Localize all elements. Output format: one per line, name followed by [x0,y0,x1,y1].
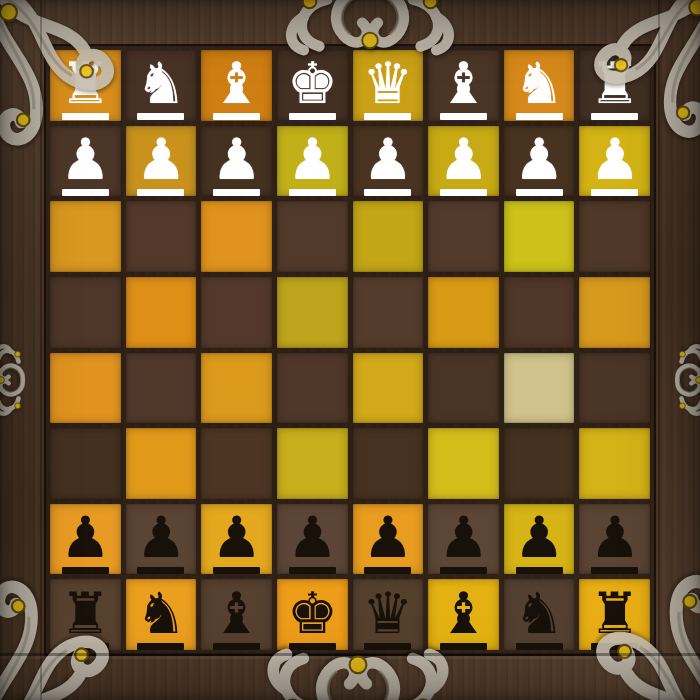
piece-base-bar [364,113,411,120]
piece-base-bar [364,189,411,196]
black-pawn-glyph: ♟ [362,510,413,564]
square-d3[interactable] [353,201,424,272]
piece-base-bar [591,643,638,650]
piece-base-bar [289,643,336,650]
square-d4[interactable] [353,277,424,348]
piece-base-bar [516,113,563,120]
black-pawn: ♟ [135,510,186,574]
white-queen: ♛ [362,56,413,120]
white-pawn: ♟ [287,132,338,196]
piece-base-bar [591,567,638,574]
white-knight-glyph: ♞ [514,56,565,110]
square-g3[interactable] [126,201,197,272]
square-g2[interactable]: ♟ [126,126,197,197]
square-d5[interactable] [353,353,424,424]
piece-base-bar [213,113,260,120]
white-knight-glyph: ♞ [135,56,186,110]
square-f4[interactable] [201,277,272,348]
white-bishop: ♝ [211,56,262,120]
black-pawn: ♟ [514,510,565,574]
black-rook-glyph: ♜ [60,586,111,640]
square-c3[interactable] [428,201,499,272]
black-bishop: ♝ [438,586,489,650]
black-pawn-glyph: ♟ [589,510,640,564]
piece-base-bar [289,567,336,574]
white-knight: ♞ [135,56,186,120]
square-e5[interactable] [277,353,348,424]
white-pawn-glyph: ♟ [362,132,413,186]
square-c4[interactable] [428,277,499,348]
black-pawn-glyph: ♟ [211,510,262,564]
piece-base-bar [62,567,109,574]
square-a7[interactable]: ♟ [579,504,650,575]
black-pawn: ♟ [438,510,489,574]
square-a8[interactable]: ♜ [579,579,650,650]
piece-base-bar [440,113,487,120]
square-h5[interactable] [50,353,121,424]
square-f3[interactable] [201,201,272,272]
square-f7[interactable]: ♟ [201,504,272,575]
black-pawn: ♟ [211,510,262,574]
chess-board: ♜♞♝♚♛♝♞♜♟♟♟♟♟♟♟♟♟♟♟♟♟♟♟♟♜♞♝♚♛♝♞♜ [44,44,656,656]
piece-base-bar [516,643,563,650]
square-a3[interactable] [579,201,650,272]
square-e3[interactable] [277,201,348,272]
white-pawn-glyph: ♟ [438,132,489,186]
square-c6[interactable] [428,428,499,499]
black-pawn-glyph: ♟ [438,510,489,564]
square-h8[interactable]: ♜ [50,579,121,650]
square-f5[interactable] [201,353,272,424]
square-c7[interactable]: ♟ [428,504,499,575]
square-b1[interactable]: ♞ [504,50,575,121]
square-c2[interactable]: ♟ [428,126,499,197]
square-f2[interactable]: ♟ [201,126,272,197]
white-pawn: ♟ [514,132,565,196]
black-pawn: ♟ [362,510,413,574]
white-bishop-glyph: ♝ [211,56,262,110]
black-king: ♚ [287,586,338,650]
black-pawn-glyph: ♟ [135,510,186,564]
white-pawn: ♟ [135,132,186,196]
white-knight: ♞ [514,56,565,120]
black-pawn: ♟ [589,510,640,574]
piece-base-bar [289,113,336,120]
black-rook: ♜ [60,586,111,650]
square-a5[interactable] [579,353,650,424]
square-d8[interactable]: ♛ [353,579,424,650]
square-c8[interactable]: ♝ [428,579,499,650]
piece-base-bar [137,113,184,120]
square-e1[interactable]: ♚ [277,50,348,121]
square-b3[interactable] [504,201,575,272]
piece-base-bar [62,189,109,196]
square-g8[interactable]: ♞ [126,579,197,650]
square-d6[interactable] [353,428,424,499]
black-pawn-glyph: ♟ [514,510,565,564]
black-pawn-glyph: ♟ [60,510,111,564]
piece-base-bar [213,567,260,574]
piece-base-bar [591,189,638,196]
black-bishop: ♝ [211,586,262,650]
piece-base-bar [591,113,638,120]
square-a1[interactable]: ♜ [579,50,650,121]
white-pawn: ♟ [60,132,111,196]
square-g5[interactable] [126,353,197,424]
square-h2[interactable]: ♟ [50,126,121,197]
square-d2[interactable]: ♟ [353,126,424,197]
square-g6[interactable] [126,428,197,499]
square-d7[interactable]: ♟ [353,504,424,575]
square-b6[interactable] [504,428,575,499]
square-h7[interactable]: ♟ [50,504,121,575]
white-rook-glyph: ♜ [60,56,111,110]
square-e6[interactable] [277,428,348,499]
square-c5[interactable] [428,353,499,424]
white-pawn: ♟ [211,132,262,196]
black-pawn-glyph: ♟ [287,510,338,564]
square-a4[interactable] [579,277,650,348]
square-b5[interactable] [504,353,575,424]
square-d1[interactable]: ♛ [353,50,424,121]
black-queen: ♛ [362,586,413,650]
white-king-glyph: ♚ [287,56,338,110]
white-pawn-glyph: ♟ [135,132,186,186]
white-pawn-glyph: ♟ [514,132,565,186]
black-knight-glyph: ♞ [514,586,565,640]
square-b2[interactable]: ♟ [504,126,575,197]
black-pawn: ♟ [60,510,111,574]
square-h3[interactable] [50,201,121,272]
square-e8[interactable]: ♚ [277,579,348,650]
black-rook-glyph: ♜ [589,586,640,640]
white-rook-glyph: ♜ [589,56,640,110]
square-a6[interactable] [579,428,650,499]
black-knight: ♞ [135,586,186,650]
black-rook: ♜ [589,586,640,650]
piece-base-bar [440,189,487,196]
white-queen-glyph: ♛ [362,56,413,110]
square-f8[interactable]: ♝ [201,579,272,650]
black-knight-glyph: ♞ [135,586,186,640]
piece-base-bar [516,189,563,196]
black-king-glyph: ♚ [287,586,338,640]
piece-base-bar [516,567,563,574]
square-e2[interactable]: ♟ [277,126,348,197]
white-pawn: ♟ [362,132,413,196]
square-f6[interactable] [201,428,272,499]
square-b4[interactable] [504,277,575,348]
chessboard-photo: ♜♞♝♚♛♝♞♜♟♟♟♟♟♟♟♟♟♟♟♟♟♟♟♟♜♞♝♚♛♝♞♜ [0,0,700,700]
piece-base-bar [213,643,260,650]
white-rook: ♜ [60,56,111,120]
piece-base-bar [137,567,184,574]
square-e7[interactable]: ♟ [277,504,348,575]
black-pawn: ♟ [287,510,338,574]
black-queen-glyph: ♛ [362,586,413,640]
square-f1[interactable]: ♝ [201,50,272,121]
square-e4[interactable] [277,277,348,348]
square-b7[interactable]: ♟ [504,504,575,575]
piece-base-bar [440,643,487,650]
white-bishop-glyph: ♝ [438,56,489,110]
piece-base-bar [62,643,109,650]
square-g7[interactable]: ♟ [126,504,197,575]
white-rook: ♜ [589,56,640,120]
white-pawn-glyph: ♟ [589,132,640,186]
white-pawn: ♟ [438,132,489,196]
square-h6[interactable] [50,428,121,499]
piece-base-bar [289,189,336,196]
piece-base-bar [364,567,411,574]
piece-base-bar [364,643,411,650]
piece-base-bar [440,567,487,574]
square-a2[interactable]: ♟ [579,126,650,197]
square-h1[interactable]: ♜ [50,50,121,121]
white-king: ♚ [287,56,338,120]
white-pawn-glyph: ♟ [287,132,338,186]
piece-base-bar [137,189,184,196]
square-h4[interactable] [50,277,121,348]
square-c1[interactable]: ♝ [428,50,499,121]
square-b8[interactable]: ♞ [504,579,575,650]
square-g1[interactable]: ♞ [126,50,197,121]
black-knight: ♞ [514,586,565,650]
black-bishop-glyph: ♝ [211,586,262,640]
piece-base-bar [137,643,184,650]
piece-base-bar [62,113,109,120]
white-pawn-glyph: ♟ [211,132,262,186]
white-pawn: ♟ [589,132,640,196]
black-bishop-glyph: ♝ [438,586,489,640]
white-bishop: ♝ [438,56,489,120]
white-pawn-glyph: ♟ [60,132,111,186]
square-g4[interactable] [126,277,197,348]
piece-base-bar [213,189,260,196]
